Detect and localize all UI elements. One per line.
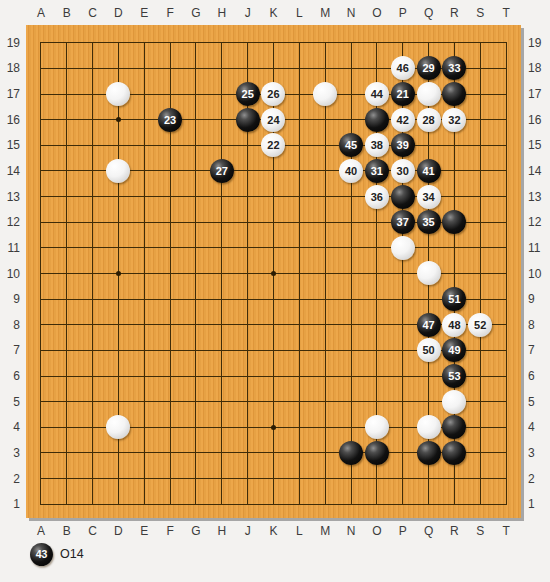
intersection-K8[interactable] <box>261 312 287 338</box>
intersection-J8[interactable] <box>235 312 261 338</box>
intersection-F16[interactable]: 23 <box>157 107 183 133</box>
intersection-Q10[interactable] <box>416 261 442 287</box>
intersection-A18[interactable] <box>28 56 54 82</box>
intersection-D19[interactable] <box>106 30 132 56</box>
intersection-C17[interactable] <box>80 81 106 107</box>
intersection-M6[interactable] <box>312 363 338 389</box>
intersection-G4[interactable] <box>183 414 209 440</box>
intersection-M3[interactable] <box>312 440 338 466</box>
intersection-S1[interactable] <box>467 491 493 517</box>
intersection-H14[interactable]: 27 <box>209 158 235 184</box>
intersection-C7[interactable] <box>80 338 106 364</box>
intersection-R4[interactable] <box>441 414 467 440</box>
intersection-S17[interactable] <box>467 81 493 107</box>
intersection-D17[interactable] <box>106 81 132 107</box>
intersection-A2[interactable] <box>28 466 54 492</box>
intersection-Q17[interactable] <box>416 81 442 107</box>
intersection-S2[interactable] <box>467 466 493 492</box>
intersection-F14[interactable] <box>157 158 183 184</box>
intersection-H10[interactable] <box>209 261 235 287</box>
intersection-G16[interactable] <box>183 107 209 133</box>
intersection-J9[interactable] <box>235 286 261 312</box>
intersection-K5[interactable] <box>261 389 287 415</box>
intersection-G13[interactable] <box>183 184 209 210</box>
intersection-C13[interactable] <box>80 184 106 210</box>
intersection-K10[interactable] <box>261 261 287 287</box>
intersection-D7[interactable] <box>106 338 132 364</box>
intersection-S15[interactable] <box>467 133 493 159</box>
intersection-D18[interactable] <box>106 56 132 82</box>
intersection-A13[interactable] <box>28 184 54 210</box>
intersection-J2[interactable] <box>235 466 261 492</box>
intersection-P12[interactable]: 37 <box>390 209 416 235</box>
intersection-S4[interactable] <box>467 414 493 440</box>
intersection-Q16[interactable]: 28 <box>416 107 442 133</box>
intersection-C14[interactable] <box>80 158 106 184</box>
intersection-O18[interactable] <box>364 56 390 82</box>
intersection-E2[interactable] <box>131 466 157 492</box>
intersection-R11[interactable] <box>441 235 467 261</box>
intersection-B15[interactable] <box>54 133 80 159</box>
intersection-B3[interactable] <box>54 440 80 466</box>
intersection-F12[interactable] <box>157 209 183 235</box>
intersection-G9[interactable] <box>183 286 209 312</box>
intersection-L5[interactable] <box>286 389 312 415</box>
intersection-J14[interactable] <box>235 158 261 184</box>
intersection-M13[interactable] <box>312 184 338 210</box>
intersection-R5[interactable] <box>441 389 467 415</box>
intersection-T4[interactable] <box>493 414 519 440</box>
intersection-J4[interactable] <box>235 414 261 440</box>
intersection-Q4[interactable] <box>416 414 442 440</box>
intersection-H13[interactable] <box>209 184 235 210</box>
intersection-N10[interactable] <box>338 261 364 287</box>
intersection-O8[interactable] <box>364 312 390 338</box>
intersection-N17[interactable] <box>338 81 364 107</box>
intersection-L7[interactable] <box>286 338 312 364</box>
intersection-F4[interactable] <box>157 414 183 440</box>
intersection-L13[interactable] <box>286 184 312 210</box>
intersection-L9[interactable] <box>286 286 312 312</box>
intersection-O19[interactable] <box>364 30 390 56</box>
intersection-J16[interactable] <box>235 107 261 133</box>
intersection-H19[interactable] <box>209 30 235 56</box>
intersection-D16[interactable] <box>106 107 132 133</box>
intersection-S19[interactable] <box>467 30 493 56</box>
intersection-Q6[interactable] <box>416 363 442 389</box>
intersection-D2[interactable] <box>106 466 132 492</box>
intersection-A5[interactable] <box>28 389 54 415</box>
intersection-O5[interactable] <box>364 389 390 415</box>
intersection-P7[interactable] <box>390 338 416 364</box>
intersection-R15[interactable] <box>441 133 467 159</box>
intersection-A10[interactable] <box>28 261 54 287</box>
intersection-P2[interactable] <box>390 466 416 492</box>
intersection-P19[interactable] <box>390 30 416 56</box>
intersection-A9[interactable] <box>28 286 54 312</box>
intersection-T2[interactable] <box>493 466 519 492</box>
intersection-C5[interactable] <box>80 389 106 415</box>
intersection-R16[interactable]: 32 <box>441 107 467 133</box>
intersection-M15[interactable] <box>312 133 338 159</box>
intersection-B10[interactable] <box>54 261 80 287</box>
intersection-L10[interactable] <box>286 261 312 287</box>
intersection-B19[interactable] <box>54 30 80 56</box>
intersection-A4[interactable] <box>28 414 54 440</box>
intersection-M2[interactable] <box>312 466 338 492</box>
intersection-R17[interactable] <box>441 81 467 107</box>
intersection-L11[interactable] <box>286 235 312 261</box>
intersection-P1[interactable] <box>390 491 416 517</box>
intersection-F11[interactable] <box>157 235 183 261</box>
intersection-A12[interactable] <box>28 209 54 235</box>
intersection-K18[interactable] <box>261 56 287 82</box>
intersection-F10[interactable] <box>157 261 183 287</box>
intersection-S13[interactable] <box>467 184 493 210</box>
intersection-A17[interactable] <box>28 81 54 107</box>
intersection-E9[interactable] <box>131 286 157 312</box>
intersection-R8[interactable]: 48 <box>441 312 467 338</box>
intersection-Q9[interactable] <box>416 286 442 312</box>
intersection-T16[interactable] <box>493 107 519 133</box>
intersection-K6[interactable] <box>261 363 287 389</box>
intersection-R14[interactable] <box>441 158 467 184</box>
intersection-S8[interactable]: 52 <box>467 312 493 338</box>
intersection-G10[interactable] <box>183 261 209 287</box>
intersection-Q13[interactable]: 34 <box>416 184 442 210</box>
intersection-P13[interactable] <box>390 184 416 210</box>
intersection-S10[interactable] <box>467 261 493 287</box>
intersection-S18[interactable] <box>467 56 493 82</box>
intersection-Q7[interactable]: 50 <box>416 338 442 364</box>
intersection-M1[interactable] <box>312 491 338 517</box>
intersection-R3[interactable] <box>441 440 467 466</box>
intersection-M12[interactable] <box>312 209 338 235</box>
intersection-G17[interactable] <box>183 81 209 107</box>
intersection-Q11[interactable] <box>416 235 442 261</box>
intersection-A16[interactable] <box>28 107 54 133</box>
intersection-G18[interactable] <box>183 56 209 82</box>
intersection-E5[interactable] <box>131 389 157 415</box>
intersection-K13[interactable] <box>261 184 287 210</box>
intersection-P15[interactable]: 39 <box>390 133 416 159</box>
intersection-E10[interactable] <box>131 261 157 287</box>
intersection-F1[interactable] <box>157 491 183 517</box>
intersection-D12[interactable] <box>106 209 132 235</box>
intersection-H11[interactable] <box>209 235 235 261</box>
intersection-D6[interactable] <box>106 363 132 389</box>
intersection-R18[interactable]: 33 <box>441 56 467 82</box>
intersection-N1[interactable] <box>338 491 364 517</box>
intersection-R7[interactable]: 49 <box>441 338 467 364</box>
intersection-M9[interactable] <box>312 286 338 312</box>
intersection-R2[interactable] <box>441 466 467 492</box>
intersection-K12[interactable] <box>261 209 287 235</box>
intersection-J19[interactable] <box>235 30 261 56</box>
intersection-R13[interactable] <box>441 184 467 210</box>
intersection-R10[interactable] <box>441 261 467 287</box>
intersection-J15[interactable] <box>235 133 261 159</box>
intersection-T9[interactable] <box>493 286 519 312</box>
intersection-R1[interactable] <box>441 491 467 517</box>
intersection-R19[interactable] <box>441 30 467 56</box>
intersection-S11[interactable] <box>467 235 493 261</box>
intersection-K7[interactable] <box>261 338 287 364</box>
intersection-B12[interactable] <box>54 209 80 235</box>
intersection-G12[interactable] <box>183 209 209 235</box>
intersection-P8[interactable] <box>390 312 416 338</box>
intersection-S7[interactable] <box>467 338 493 364</box>
intersection-P11[interactable] <box>390 235 416 261</box>
intersection-D5[interactable] <box>106 389 132 415</box>
intersection-C16[interactable] <box>80 107 106 133</box>
intersection-B6[interactable] <box>54 363 80 389</box>
intersection-G6[interactable] <box>183 363 209 389</box>
intersection-O11[interactable] <box>364 235 390 261</box>
intersection-K11[interactable] <box>261 235 287 261</box>
intersection-B13[interactable] <box>54 184 80 210</box>
intersection-E13[interactable] <box>131 184 157 210</box>
intersection-H15[interactable] <box>209 133 235 159</box>
intersection-C1[interactable] <box>80 491 106 517</box>
intersection-D1[interactable] <box>106 491 132 517</box>
intersection-O13[interactable]: 36 <box>364 184 390 210</box>
intersection-D15[interactable] <box>106 133 132 159</box>
intersection-H6[interactable] <box>209 363 235 389</box>
intersection-S9[interactable] <box>467 286 493 312</box>
intersection-S14[interactable] <box>467 158 493 184</box>
intersection-G3[interactable] <box>183 440 209 466</box>
intersection-B14[interactable] <box>54 158 80 184</box>
intersection-F2[interactable] <box>157 466 183 492</box>
intersection-G2[interactable] <box>183 466 209 492</box>
intersection-K1[interactable] <box>261 491 287 517</box>
intersection-L3[interactable] <box>286 440 312 466</box>
intersection-N16[interactable] <box>338 107 364 133</box>
intersection-J5[interactable] <box>235 389 261 415</box>
intersection-A11[interactable] <box>28 235 54 261</box>
intersection-K3[interactable] <box>261 440 287 466</box>
intersection-C10[interactable] <box>80 261 106 287</box>
intersection-Q2[interactable] <box>416 466 442 492</box>
intersection-G1[interactable] <box>183 491 209 517</box>
intersection-M8[interactable] <box>312 312 338 338</box>
intersection-D10[interactable] <box>106 261 132 287</box>
intersection-A6[interactable] <box>28 363 54 389</box>
intersection-M5[interactable] <box>312 389 338 415</box>
intersection-M10[interactable] <box>312 261 338 287</box>
intersection-N13[interactable] <box>338 184 364 210</box>
intersection-F5[interactable] <box>157 389 183 415</box>
intersection-L15[interactable] <box>286 133 312 159</box>
intersection-N7[interactable] <box>338 338 364 364</box>
intersection-F6[interactable] <box>157 363 183 389</box>
intersection-S16[interactable] <box>467 107 493 133</box>
intersection-J17[interactable]: 25 <box>235 81 261 107</box>
intersection-H3[interactable] <box>209 440 235 466</box>
intersection-K17[interactable]: 26 <box>261 81 287 107</box>
intersection-Q19[interactable] <box>416 30 442 56</box>
intersection-M7[interactable] <box>312 338 338 364</box>
intersection-K2[interactable] <box>261 466 287 492</box>
intersection-E12[interactable] <box>131 209 157 235</box>
intersection-H9[interactable] <box>209 286 235 312</box>
intersection-F3[interactable] <box>157 440 183 466</box>
intersection-O9[interactable] <box>364 286 390 312</box>
intersection-N3[interactable] <box>338 440 364 466</box>
intersection-R9[interactable]: 51 <box>441 286 467 312</box>
intersection-Q1[interactable] <box>416 491 442 517</box>
intersection-L18[interactable] <box>286 56 312 82</box>
intersection-T18[interactable] <box>493 56 519 82</box>
intersection-Q15[interactable] <box>416 133 442 159</box>
intersection-T11[interactable] <box>493 235 519 261</box>
intersection-N11[interactable] <box>338 235 364 261</box>
intersection-P18[interactable]: 46 <box>390 56 416 82</box>
intersection-J10[interactable] <box>235 261 261 287</box>
intersection-J18[interactable] <box>235 56 261 82</box>
intersection-S12[interactable] <box>467 209 493 235</box>
intersection-B1[interactable] <box>54 491 80 517</box>
intersection-P9[interactable] <box>390 286 416 312</box>
intersection-P3[interactable] <box>390 440 416 466</box>
intersection-C6[interactable] <box>80 363 106 389</box>
intersection-K19[interactable] <box>261 30 287 56</box>
intersection-T8[interactable] <box>493 312 519 338</box>
intersection-L4[interactable] <box>286 414 312 440</box>
intersection-F9[interactable] <box>157 286 183 312</box>
intersection-J7[interactable] <box>235 338 261 364</box>
intersection-T3[interactable] <box>493 440 519 466</box>
intersection-B16[interactable] <box>54 107 80 133</box>
intersection-B17[interactable] <box>54 81 80 107</box>
intersection-Q12[interactable]: 35 <box>416 209 442 235</box>
intersection-E1[interactable] <box>131 491 157 517</box>
intersection-G11[interactable] <box>183 235 209 261</box>
intersection-O4[interactable] <box>364 414 390 440</box>
intersection-C18[interactable] <box>80 56 106 82</box>
intersection-A3[interactable] <box>28 440 54 466</box>
intersection-L17[interactable] <box>286 81 312 107</box>
intersection-E19[interactable] <box>131 30 157 56</box>
intersection-P6[interactable] <box>390 363 416 389</box>
intersection-A7[interactable] <box>28 338 54 364</box>
intersection-C3[interactable] <box>80 440 106 466</box>
intersection-D11[interactable] <box>106 235 132 261</box>
intersection-F19[interactable] <box>157 30 183 56</box>
intersection-S5[interactable] <box>467 389 493 415</box>
intersection-G5[interactable] <box>183 389 209 415</box>
intersection-G19[interactable] <box>183 30 209 56</box>
intersection-T15[interactable] <box>493 133 519 159</box>
intersection-M19[interactable] <box>312 30 338 56</box>
intersection-P17[interactable]: 21 <box>390 81 416 107</box>
intersection-B5[interactable] <box>54 389 80 415</box>
intersection-A14[interactable] <box>28 158 54 184</box>
intersection-Q14[interactable]: 41 <box>416 158 442 184</box>
intersection-N12[interactable] <box>338 209 364 235</box>
intersection-M14[interactable] <box>312 158 338 184</box>
intersection-E14[interactable] <box>131 158 157 184</box>
intersection-K9[interactable] <box>261 286 287 312</box>
intersection-C15[interactable] <box>80 133 106 159</box>
intersection-M17[interactable] <box>312 81 338 107</box>
intersection-P4[interactable] <box>390 414 416 440</box>
intersection-T10[interactable] <box>493 261 519 287</box>
intersection-D3[interactable] <box>106 440 132 466</box>
intersection-H4[interactable] <box>209 414 235 440</box>
intersection-S6[interactable] <box>467 363 493 389</box>
intersection-S3[interactable] <box>467 440 493 466</box>
intersection-A1[interactable] <box>28 491 54 517</box>
intersection-K14[interactable] <box>261 158 287 184</box>
intersection-O7[interactable] <box>364 338 390 364</box>
intersection-G7[interactable] <box>183 338 209 364</box>
intersection-H5[interactable] <box>209 389 235 415</box>
intersection-O12[interactable] <box>364 209 390 235</box>
intersection-L2[interactable] <box>286 466 312 492</box>
intersection-O15[interactable]: 38 <box>364 133 390 159</box>
intersection-A15[interactable] <box>28 133 54 159</box>
intersection-T6[interactable] <box>493 363 519 389</box>
intersection-J12[interactable] <box>235 209 261 235</box>
intersection-D8[interactable] <box>106 312 132 338</box>
intersection-H1[interactable] <box>209 491 235 517</box>
intersection-L14[interactable] <box>286 158 312 184</box>
intersection-E18[interactable] <box>131 56 157 82</box>
intersection-H16[interactable] <box>209 107 235 133</box>
intersection-L16[interactable] <box>286 107 312 133</box>
intersection-L6[interactable] <box>286 363 312 389</box>
intersection-M16[interactable] <box>312 107 338 133</box>
intersection-K15[interactable]: 22 <box>261 133 287 159</box>
intersection-N4[interactable] <box>338 414 364 440</box>
intersection-Q3[interactable] <box>416 440 442 466</box>
intersection-Q8[interactable]: 47 <box>416 312 442 338</box>
intersection-J13[interactable] <box>235 184 261 210</box>
intersection-R6[interactable]: 53 <box>441 363 467 389</box>
intersection-N6[interactable] <box>338 363 364 389</box>
intersection-B7[interactable] <box>54 338 80 364</box>
intersection-P14[interactable]: 30 <box>390 158 416 184</box>
intersection-A19[interactable] <box>28 30 54 56</box>
intersection-E16[interactable] <box>131 107 157 133</box>
intersection-L19[interactable] <box>286 30 312 56</box>
intersection-M4[interactable] <box>312 414 338 440</box>
intersection-F13[interactable] <box>157 184 183 210</box>
intersection-E4[interactable] <box>131 414 157 440</box>
intersection-H8[interactable] <box>209 312 235 338</box>
intersection-O14[interactable]: 31 <box>364 158 390 184</box>
intersection-B8[interactable] <box>54 312 80 338</box>
intersection-P10[interactable] <box>390 261 416 287</box>
intersection-H17[interactable] <box>209 81 235 107</box>
intersection-E7[interactable] <box>131 338 157 364</box>
intersection-D14[interactable] <box>106 158 132 184</box>
intersection-R12[interactable] <box>441 209 467 235</box>
intersection-E3[interactable] <box>131 440 157 466</box>
intersection-D4[interactable] <box>106 414 132 440</box>
intersection-M18[interactable] <box>312 56 338 82</box>
intersection-C8[interactable] <box>80 312 106 338</box>
intersection-E17[interactable] <box>131 81 157 107</box>
intersection-O1[interactable] <box>364 491 390 517</box>
intersection-C19[interactable] <box>80 30 106 56</box>
intersection-P16[interactable]: 42 <box>390 107 416 133</box>
intersection-T13[interactable] <box>493 184 519 210</box>
intersection-N8[interactable] <box>338 312 364 338</box>
intersection-J6[interactable] <box>235 363 261 389</box>
